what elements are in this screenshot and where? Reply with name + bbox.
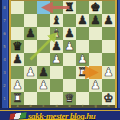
square-h3[interactable]: ♟ xyxy=(102,66,115,79)
banner-underline-flourish xyxy=(14,119,86,120)
file-coordinates-strip: abcdefgh xyxy=(11,105,115,108)
black-pawn-b6[interactable]: ♟ xyxy=(24,27,37,40)
rank-label-3: 3 xyxy=(0,66,9,79)
square-g4[interactable] xyxy=(89,53,102,66)
white-pawn-e5[interactable]: ♟ xyxy=(63,40,76,53)
square-g5[interactable] xyxy=(89,40,102,53)
square-b3[interactable]: ♟ xyxy=(24,66,37,79)
square-b2[interactable] xyxy=(24,79,37,92)
white-pawn-g2[interactable]: ♟ xyxy=(89,79,102,92)
square-f6[interactable] xyxy=(76,27,89,40)
white-pawn-h3[interactable]: ♟ xyxy=(102,66,115,79)
square-h6[interactable] xyxy=(102,27,115,40)
black-pawn-g7[interactable]: ♟ xyxy=(89,14,102,27)
rank-label-8: 8 xyxy=(0,1,9,14)
square-g2[interactable]: ♟ xyxy=(89,79,102,92)
file-label-g: g xyxy=(89,105,102,108)
square-e3[interactable] xyxy=(63,66,76,79)
frame-left-border: 87654321 xyxy=(0,0,11,111)
black-pawn-f7[interactable]: ♟ xyxy=(76,14,89,27)
file-label-a: a xyxy=(11,105,24,108)
square-c6[interactable] xyxy=(37,27,50,40)
frame-right-border xyxy=(115,0,120,111)
file-label-c: c xyxy=(37,105,50,108)
black-pawn-h7[interactable]: ♟ xyxy=(102,14,115,27)
square-d4[interactable]: ♟ xyxy=(50,53,63,66)
square-e8[interactable]: ♜ xyxy=(63,1,76,14)
square-f7[interactable]: ♟ xyxy=(76,14,89,27)
square-g7[interactable]: ♟ xyxy=(89,14,102,27)
rank-label-6: 6 xyxy=(0,27,9,40)
square-b6[interactable]: ♟ xyxy=(24,27,37,40)
chess-diagram: 87654321 ♜♚♝♟♟♟♟♝♟♛♟♟♟♟♟♟♟♜♟♟♟♟♜♛♚ abcde… xyxy=(0,0,120,120)
rank-label-2: 2 xyxy=(0,79,9,92)
white-pawn-b3[interactable]: ♟ xyxy=(24,66,37,79)
white-pawn-d4[interactable]: ♟ xyxy=(50,53,63,66)
rank-label-5: 5 xyxy=(0,40,9,53)
square-d2[interactable] xyxy=(50,79,63,92)
white-pawn-c2[interactable]: ♟ xyxy=(37,79,50,92)
white-rook-f3[interactable]: ♜ xyxy=(76,66,89,79)
square-b8[interactable] xyxy=(24,1,37,14)
square-b5[interactable] xyxy=(24,40,37,53)
square-c8[interactable] xyxy=(37,1,50,14)
rank-label-1: 1 xyxy=(0,92,9,105)
square-f2[interactable] xyxy=(76,79,89,92)
rank-label-4: 4 xyxy=(0,53,9,66)
square-c5[interactable] xyxy=(37,40,50,53)
square-a4[interactable]: ♟ xyxy=(11,53,24,66)
square-c7[interactable] xyxy=(37,14,50,27)
square-a7[interactable] xyxy=(11,14,24,27)
rank-label-7: 7 xyxy=(0,14,9,27)
chess-board: ♜♚♝♟♟♟♟♝♟♛♟♟♟♟♟♟♟♜♟♟♟♟♜♛♚ xyxy=(11,1,115,105)
file-label-f: f xyxy=(76,105,89,108)
file-label-h: h xyxy=(102,105,115,108)
square-e4[interactable] xyxy=(63,53,76,66)
square-e5[interactable]: ♟ xyxy=(63,40,76,53)
file-label-d: d xyxy=(50,105,63,108)
black-pawn-a4[interactable]: ♟ xyxy=(11,53,24,66)
square-a8[interactable] xyxy=(11,1,24,14)
square-c2[interactable]: ♟ xyxy=(37,79,50,92)
square-g6[interactable] xyxy=(89,27,102,40)
square-f3[interactable]: ♜ xyxy=(76,66,89,79)
file-label-e: e xyxy=(63,105,76,108)
square-h7[interactable]: ♟ xyxy=(102,14,115,27)
black-rook-e8[interactable]: ♜ xyxy=(63,1,76,14)
square-h5[interactable] xyxy=(102,40,115,53)
square-d3[interactable] xyxy=(50,66,63,79)
file-label-b: b xyxy=(24,105,37,108)
